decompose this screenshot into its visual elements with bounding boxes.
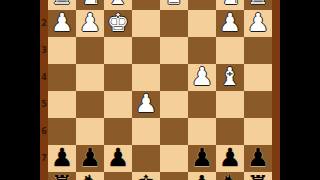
square-f2[interactable]: ♚ <box>104 10 132 37</box>
piece-black-pawn-g7[interactable]: ♟ <box>76 145 104 172</box>
rank-label-4: 4 <box>40 74 48 82</box>
square-a8[interactable]: ♜ <box>244 172 272 180</box>
piece-white-pawn-b2[interactable]: ♟ <box>216 10 244 37</box>
square-h4[interactable] <box>48 64 76 91</box>
square-g7[interactable]: ♟ <box>76 145 104 172</box>
square-h7[interactable]: ♟ <box>48 145 76 172</box>
square-e8[interactable]: ♚ <box>132 172 160 180</box>
square-d1[interactable]: ♛ <box>160 0 188 10</box>
square-d8[interactable] <box>160 172 188 180</box>
square-b2[interactable]: ♟ <box>216 10 244 37</box>
square-f5[interactable] <box>104 91 132 118</box>
piece-white-pawn-c4[interactable]: ♟ <box>188 64 216 91</box>
piece-white-king-f2[interactable]: ♚ <box>104 10 132 37</box>
square-a7[interactable]: ♟ <box>244 145 272 172</box>
square-b6[interactable] <box>216 118 244 145</box>
square-b4[interactable]: ♝ <box>216 64 244 91</box>
square-a6[interactable] <box>244 118 272 145</box>
piece-black-pawn-c7[interactable]: ♟ <box>188 145 216 172</box>
square-d7[interactable] <box>160 145 188 172</box>
square-h8[interactable]: ♜ <box>48 172 76 180</box>
square-g2[interactable]: ♟ <box>76 10 104 37</box>
rank-label-1: 1 <box>40 0 48 1</box>
square-a2[interactable]: ♟ <box>244 10 272 37</box>
square-e3[interactable] <box>132 37 160 64</box>
rank-label-2: 2 <box>40 20 48 28</box>
square-c6[interactable] <box>188 118 216 145</box>
square-g6[interactable] <box>76 118 104 145</box>
piece-black-pawn-a7[interactable]: ♟ <box>244 145 272 172</box>
rank-label-7: 7 <box>40 155 48 163</box>
chessboard-screenshot: 12345678 ♜♞♝♛♞♜♟♟♚♟♟♟♝♟♟♟♟♟♟♟♜♞♚♝♞♜ <box>0 0 320 180</box>
square-c8[interactable]: ♝ <box>188 172 216 180</box>
square-f3[interactable] <box>104 37 132 64</box>
square-c7[interactable]: ♟ <box>188 145 216 172</box>
square-c2[interactable] <box>188 10 216 37</box>
square-a4[interactable] <box>244 64 272 91</box>
square-a3[interactable] <box>244 37 272 64</box>
piece-white-pawn-g2[interactable]: ♟ <box>76 10 104 37</box>
square-d3[interactable] <box>160 37 188 64</box>
square-c5[interactable] <box>188 91 216 118</box>
square-c3[interactable] <box>188 37 216 64</box>
square-c1[interactable] <box>188 0 216 10</box>
square-b8[interactable]: ♞ <box>216 172 244 180</box>
piece-white-queen-d1[interactable]: ♛ <box>160 0 188 10</box>
square-h2[interactable]: ♟ <box>48 10 76 37</box>
piece-white-pawn-h2[interactable]: ♟ <box>48 10 76 37</box>
square-b3[interactable] <box>216 37 244 64</box>
square-g3[interactable] <box>76 37 104 64</box>
square-b5[interactable] <box>216 91 244 118</box>
square-e5[interactable]: ♟ <box>132 91 160 118</box>
rank-label-6: 6 <box>40 128 48 136</box>
piece-white-pawn-e5[interactable]: ♟ <box>132 91 160 118</box>
rank-label-5: 5 <box>40 101 48 109</box>
piece-black-pawn-h7[interactable]: ♟ <box>48 145 76 172</box>
square-a5[interactable] <box>244 91 272 118</box>
square-e4[interactable] <box>132 64 160 91</box>
square-f4[interactable] <box>104 64 132 91</box>
square-b7[interactable]: ♟ <box>216 145 244 172</box>
board-frame-right <box>272 0 280 180</box>
piece-black-rook-a8[interactable]: ♜ <box>244 172 272 180</box>
square-d6[interactable] <box>160 118 188 145</box>
square-h5[interactable] <box>48 91 76 118</box>
square-e6[interactable] <box>132 118 160 145</box>
piece-white-pawn-a2[interactable]: ♟ <box>244 10 272 37</box>
square-f7[interactable]: ♟ <box>104 145 132 172</box>
square-d2[interactable] <box>160 10 188 37</box>
piece-black-knight-b8[interactable]: ♞ <box>216 172 244 180</box>
piece-black-king-e8[interactable]: ♚ <box>132 172 160 180</box>
piece-black-pawn-f7[interactable]: ♟ <box>104 145 132 172</box>
piece-black-rook-h8[interactable]: ♜ <box>48 172 76 180</box>
piece-black-knight-g8[interactable]: ♞ <box>76 172 104 180</box>
square-h6[interactable] <box>48 118 76 145</box>
square-d5[interactable] <box>160 91 188 118</box>
square-g4[interactable] <box>76 64 104 91</box>
square-e2[interactable] <box>132 10 160 37</box>
square-f8[interactable] <box>104 172 132 180</box>
piece-black-pawn-b7[interactable]: ♟ <box>216 145 244 172</box>
square-d4[interactable] <box>160 64 188 91</box>
square-f6[interactable] <box>104 118 132 145</box>
square-c4[interactable]: ♟ <box>188 64 216 91</box>
square-g5[interactable] <box>76 91 104 118</box>
piece-black-bishop-c8[interactable]: ♝ <box>188 172 216 180</box>
square-e7[interactable] <box>132 145 160 172</box>
square-h3[interactable] <box>48 37 76 64</box>
square-g8[interactable]: ♞ <box>76 172 104 180</box>
rank-label-3: 3 <box>40 47 48 55</box>
square-e1[interactable] <box>132 0 160 10</box>
chess-board: ♜♞♝♛♞♜♟♟♚♟♟♟♝♟♟♟♟♟♟♟♜♞♚♝♞♜ <box>48 0 272 180</box>
piece-white-bishop-b4[interactable]: ♝ <box>216 64 244 91</box>
